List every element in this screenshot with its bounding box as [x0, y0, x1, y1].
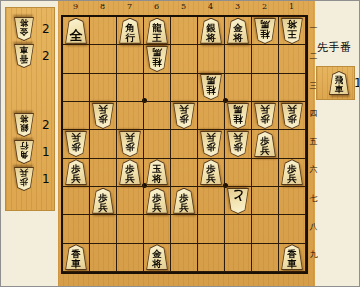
square-7-9[interactable]: [117, 244, 144, 272]
rank-label: 七: [308, 185, 319, 213]
square-3-2[interactable]: [225, 45, 252, 73]
piece-gote-promoted[interactable]: と: [226, 188, 250, 214]
piece-sente[interactable]: 香車: [280, 244, 304, 270]
square-6-5[interactable]: [144, 130, 171, 158]
square-2-9[interactable]: [252, 244, 279, 272]
piece-sente[interactable]: 歩兵: [199, 159, 223, 185]
rank-label: 八: [308, 213, 319, 241]
square-8-3[interactable]: [90, 74, 117, 102]
square-9-2[interactable]: [63, 45, 90, 73]
square-7-4[interactable]: [117, 102, 144, 130]
square-2-7[interactable]: [252, 187, 279, 215]
square-3-1[interactable]: 金将: [225, 17, 252, 45]
piece-gote[interactable]: 歩兵: [13, 167, 35, 191]
square-8-4[interactable]: 歩兵: [90, 102, 117, 130]
square-8-9[interactable]: [90, 244, 117, 272]
square-6-6[interactable]: 玉将: [144, 159, 171, 187]
rank-label: 四: [308, 100, 319, 128]
square-8-5[interactable]: [90, 130, 117, 158]
square-8-2[interactable]: [90, 45, 117, 73]
square-4-2[interactable]: [198, 45, 225, 73]
square-2-6[interactable]: [252, 159, 279, 187]
piece-gote[interactable]: 歩兵: [118, 131, 142, 157]
file-label: 4: [197, 2, 224, 14]
piece-sente[interactable]: 歩兵: [145, 188, 169, 214]
file-label: 6: [143, 2, 170, 14]
square-9-9[interactable]: 香車: [63, 244, 90, 272]
piece-gote[interactable]: 銀将: [13, 113, 35, 137]
piece-sente-promoted[interactable]: 龍王: [145, 18, 169, 44]
square-3-7[interactable]: と: [225, 187, 252, 215]
board-panel: 987654321 一二三四五六七八九 全角行龍王銀将金将桂馬王将桂馬桂馬歩兵歩…: [58, 1, 315, 286]
square-5-4[interactable]: 歩兵: [171, 102, 198, 130]
gote-hand-piece[interactable]: 金将2: [6, 15, 54, 42]
gote-hand-piece[interactable]: 歩兵1: [6, 165, 54, 192]
piece-sente[interactable]: 歩兵: [253, 131, 277, 157]
piece-sente[interactable]: 金将: [226, 18, 250, 44]
square-5-1[interactable]: [171, 17, 198, 45]
square-1-7[interactable]: [279, 187, 306, 215]
square-8-8[interactable]: [90, 215, 117, 243]
square-3-9[interactable]: [225, 244, 252, 272]
square-9-6[interactable]: 歩兵: [63, 159, 90, 187]
square-9-1[interactable]: 全: [63, 17, 90, 45]
square-9-7[interactable]: [63, 187, 90, 215]
hand-count: 2: [42, 49, 50, 63]
hand-count: 2: [42, 118, 50, 132]
piece-gote[interactable]: 歩兵: [253, 103, 277, 129]
piece-sente[interactable]: 香車: [64, 244, 88, 270]
square-5-9[interactable]: [171, 244, 198, 272]
square-5-2[interactable]: [171, 45, 198, 73]
piece-sente[interactable]: 飛車: [328, 71, 350, 95]
square-4-9[interactable]: [198, 244, 225, 272]
square-5-7[interactable]: 歩兵: [171, 187, 198, 215]
square-4-3[interactable]: 桂馬: [198, 74, 225, 102]
piece-sente[interactable]: 歩兵: [280, 159, 304, 185]
square-4-5[interactable]: 歩兵: [198, 130, 225, 158]
square-6-8[interactable]: [144, 215, 171, 243]
rank-label: 六: [308, 156, 319, 184]
file-label: 3: [224, 2, 251, 14]
square-3-3[interactable]: [225, 74, 252, 102]
piece-gote[interactable]: 桂馬: [145, 46, 169, 72]
square-2-1[interactable]: 桂馬: [252, 17, 279, 45]
square-2-5[interactable]: 歩兵: [252, 130, 279, 158]
hand-count: 1: [354, 76, 360, 90]
square-7-3[interactable]: [117, 74, 144, 102]
square-2-4[interactable]: 歩兵: [252, 102, 279, 130]
file-label: 9: [62, 2, 89, 14]
square-3-6[interactable]: [225, 159, 252, 187]
piece-sente[interactable]: 歩兵: [64, 159, 88, 185]
square-5-5[interactable]: [171, 130, 198, 158]
square-5-6[interactable]: [171, 159, 198, 187]
square-1-3[interactable]: [279, 74, 306, 102]
piece-gote[interactable]: 桂馬: [199, 74, 223, 100]
piece-sente[interactable]: 金将: [145, 244, 169, 270]
square-9-4[interactable]: [63, 102, 90, 130]
square-4-1[interactable]: 銀将: [198, 17, 225, 45]
piece-gote[interactable]: 歩兵: [64, 131, 88, 157]
square-3-5[interactable]: 歩兵: [225, 130, 252, 158]
square-6-7[interactable]: 歩兵: [144, 187, 171, 215]
square-9-8[interactable]: [63, 215, 90, 243]
gote-hand-piece[interactable]: 香車2: [6, 42, 54, 69]
square-2-3[interactable]: [252, 74, 279, 102]
piece-gote[interactable]: 金将: [13, 17, 35, 41]
file-label: 1: [278, 2, 305, 14]
square-1-4[interactable]: 歩兵: [279, 102, 306, 130]
square-1-5[interactable]: [279, 130, 306, 158]
square-3-8[interactable]: [225, 215, 252, 243]
square-3-4[interactable]: 桂馬: [225, 102, 252, 130]
square-1-2[interactable]: [279, 45, 306, 73]
rank-label: 九: [308, 241, 319, 269]
piece-gote[interactable]: 歩兵: [280, 103, 304, 129]
square-4-6[interactable]: 歩兵: [198, 159, 225, 187]
square-7-8[interactable]: [117, 215, 144, 243]
square-1-9[interactable]: 香車: [279, 244, 306, 272]
square-8-7[interactable]: 歩兵: [90, 187, 117, 215]
gote-hand-tray: 金将2香車2銀将2角行1歩兵1: [5, 7, 55, 211]
square-5-3[interactable]: [171, 74, 198, 102]
square-7-1[interactable]: 角行: [117, 17, 144, 45]
hand-count: 2: [42, 22, 50, 36]
square-4-7[interactable]: [198, 187, 225, 215]
square-7-6[interactable]: 歩兵: [117, 159, 144, 187]
square-1-1[interactable]: 王将: [279, 17, 306, 45]
piece-sente[interactable]: 歩兵: [172, 188, 196, 214]
square-8-6[interactable]: [90, 159, 117, 187]
piece-gote[interactable]: 桂馬: [253, 18, 277, 44]
piece-sente-promoted[interactable]: 全: [64, 18, 88, 44]
piece-sente[interactable]: 玉将: [145, 159, 169, 185]
piece-gote[interactable]: 角行: [13, 140, 35, 164]
square-6-4[interactable]: [144, 102, 171, 130]
file-label: 5: [170, 2, 197, 14]
square-4-4[interactable]: [198, 102, 225, 130]
square-9-5[interactable]: 歩兵: [63, 130, 90, 158]
piece-gote[interactable]: 歩兵: [199, 131, 223, 157]
hand-count: 1: [42, 145, 50, 159]
square-1-6[interactable]: 歩兵: [279, 159, 306, 187]
square-8-1[interactable]: [90, 17, 117, 45]
rank-label: 五: [308, 128, 319, 156]
piece-sente[interactable]: 歩兵: [118, 159, 142, 185]
square-6-9[interactable]: 金将: [144, 244, 171, 272]
piece-gote[interactable]: 香車: [13, 44, 35, 68]
shogi-app: 金将2香車2銀将2角行1歩兵1 987654321 一二三四五六七八九 全角行龍…: [0, 0, 360, 287]
piece-gote[interactable]: 王将: [280, 18, 304, 44]
file-labels: 987654321: [62, 2, 305, 14]
turn-indicator: 先手番: [317, 40, 359, 55]
square-5-8[interactable]: [171, 215, 198, 243]
square-1-8[interactable]: [279, 215, 306, 243]
piece-gote[interactable]: 歩兵: [226, 131, 250, 157]
square-6-3[interactable]: [144, 74, 171, 102]
square-9-3[interactable]: [63, 74, 90, 102]
gote-hand-piece[interactable]: 銀将2: [6, 111, 54, 138]
piece-sente[interactable]: 歩兵: [91, 188, 115, 214]
square-7-5[interactable]: 歩兵: [117, 130, 144, 158]
square-6-1[interactable]: 龍王: [144, 17, 171, 45]
square-6-2[interactable]: 桂馬: [144, 45, 171, 73]
file-label: 2: [251, 2, 278, 14]
file-label: 7: [116, 2, 143, 14]
square-4-8[interactable]: [198, 215, 225, 243]
piece-gote[interactable]: 歩兵: [91, 103, 115, 129]
hand-count: 1: [42, 172, 50, 186]
square-2-2[interactable]: [252, 45, 279, 73]
square-7-2[interactable]: [117, 45, 144, 73]
piece-gote[interactable]: 歩兵: [172, 103, 196, 129]
piece-sente[interactable]: 銀将: [199, 18, 223, 44]
square-7-7[interactable]: [117, 187, 144, 215]
sente-hand-piece[interactable]: 飛車1: [321, 70, 360, 97]
piece-sente[interactable]: 角行: [118, 18, 142, 44]
file-label: 8: [89, 2, 116, 14]
square-2-8[interactable]: [252, 215, 279, 243]
piece-gote[interactable]: 桂馬: [226, 103, 250, 129]
gote-hand-piece[interactable]: 角行1: [6, 138, 54, 165]
board-grid: 全角行龍王銀将金将桂馬王将桂馬桂馬歩兵歩兵桂馬歩兵歩兵歩兵歩兵歩兵歩兵歩兵歩兵歩…: [61, 15, 308, 274]
sente-hand-tray: 飛車1: [316, 66, 355, 100]
